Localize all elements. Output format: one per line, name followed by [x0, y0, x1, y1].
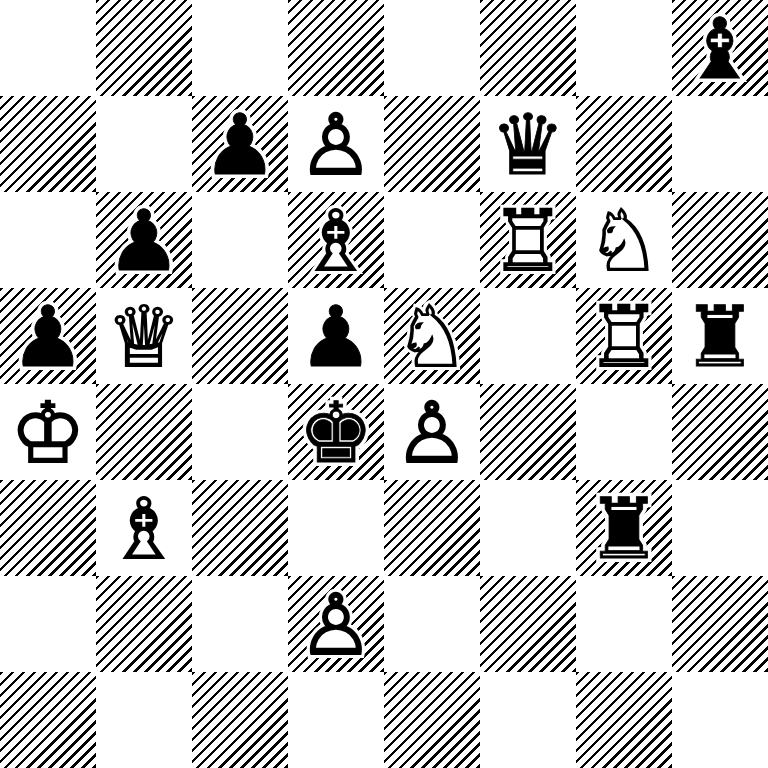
piece-black-pawn-d5: ♟♟	[288, 288, 384, 384]
square-c6[interactable]	[192, 192, 288, 288]
piece-black-king-d4: ♚♚	[288, 384, 384, 480]
black-pawn-icon: ♟	[192, 96, 288, 192]
piece-black-pawn-a5: ♟♟	[0, 288, 96, 384]
square-a8[interactable]	[0, 0, 96, 96]
piece-white-rook-g5: ♜♖	[576, 288, 672, 384]
square-b1[interactable]	[96, 672, 192, 768]
piece-black-bishop-h8: ♝♝	[672, 0, 768, 96]
square-d4[interactable]: ♚♚	[288, 384, 384, 480]
square-b7[interactable]	[96, 96, 192, 192]
square-a6[interactable]	[0, 192, 96, 288]
white-knight-icon: ♘	[384, 288, 480, 384]
white-bishop-icon: ♗	[288, 192, 384, 288]
chess-board: ♝♝♟♟♟♙♛♛♟♟♝♗♜♖♞♘♟♟♛♕♟♟♞♘♜♖♜♜♚♔♚♚♟♙♝♗♜♜♟♙	[0, 0, 768, 768]
square-a5[interactable]: ♟♟	[0, 288, 96, 384]
square-d2[interactable]: ♟♙	[288, 576, 384, 672]
black-queen-icon: ♛	[480, 96, 576, 192]
square-e8[interactable]	[384, 0, 480, 96]
square-c1[interactable]	[192, 672, 288, 768]
square-c3[interactable]	[192, 480, 288, 576]
white-rook-icon: ♖	[480, 192, 576, 288]
square-b6[interactable]: ♟♟	[96, 192, 192, 288]
black-pawn-icon: ♟	[96, 192, 192, 288]
piece-white-pawn-d7: ♟♙	[288, 96, 384, 192]
square-a3[interactable]	[0, 480, 96, 576]
square-c7[interactable]: ♟♟	[192, 96, 288, 192]
white-king-icon: ♔	[0, 384, 96, 480]
black-rook-icon: ♜	[576, 480, 672, 576]
square-g1[interactable]	[576, 672, 672, 768]
square-e5[interactable]: ♞♘	[384, 288, 480, 384]
black-bishop-icon: ♝	[672, 0, 768, 96]
square-d8[interactable]	[288, 0, 384, 96]
square-e4[interactable]: ♟♙	[384, 384, 480, 480]
piece-black-rook-h5: ♜♜	[672, 288, 768, 384]
square-g3[interactable]: ♜♜	[576, 480, 672, 576]
black-king-icon: ♚	[288, 384, 384, 480]
square-b5[interactable]: ♛♕	[96, 288, 192, 384]
piece-white-bishop-d6: ♝♗	[288, 192, 384, 288]
square-g8[interactable]	[576, 0, 672, 96]
piece-white-rook-f6: ♜♖	[480, 192, 576, 288]
square-f5[interactable]	[480, 288, 576, 384]
square-f2[interactable]	[480, 576, 576, 672]
square-f6[interactable]: ♜♖	[480, 192, 576, 288]
piece-black-pawn-c7: ♟♟	[192, 96, 288, 192]
square-c5[interactable]	[192, 288, 288, 384]
square-a4[interactable]: ♚♔	[0, 384, 96, 480]
square-h7[interactable]	[672, 96, 768, 192]
piece-black-rook-g3: ♜♜	[576, 480, 672, 576]
square-d5[interactable]: ♟♟	[288, 288, 384, 384]
square-d7[interactable]: ♟♙	[288, 96, 384, 192]
square-d6[interactable]: ♝♗	[288, 192, 384, 288]
square-d3[interactable]	[288, 480, 384, 576]
square-f3[interactable]	[480, 480, 576, 576]
chess-diagram: ♝♝♟♟♟♙♛♛♟♟♝♗♜♖♞♘♟♟♛♕♟♟♞♘♜♖♜♜♚♔♚♚♟♙♝♗♜♜♟♙	[0, 0, 768, 768]
white-pawn-icon: ♙	[288, 96, 384, 192]
square-f7[interactable]: ♛♛	[480, 96, 576, 192]
square-c8[interactable]	[192, 0, 288, 96]
piece-white-knight-e5: ♞♘	[384, 288, 480, 384]
square-g6[interactable]: ♞♘	[576, 192, 672, 288]
white-pawn-icon: ♙	[384, 384, 480, 480]
black-rook-icon: ♜	[672, 288, 768, 384]
square-e3[interactable]	[384, 480, 480, 576]
square-g2[interactable]	[576, 576, 672, 672]
square-h6[interactable]	[672, 192, 768, 288]
square-d1[interactable]	[288, 672, 384, 768]
square-c2[interactable]	[192, 576, 288, 672]
piece-black-pawn-b6: ♟♟	[96, 192, 192, 288]
square-c4[interactable]	[192, 384, 288, 480]
piece-white-queen-b5: ♛♕	[96, 288, 192, 384]
piece-white-king-a4: ♚♔	[0, 384, 96, 480]
white-pawn-icon: ♙	[288, 576, 384, 672]
square-b3[interactable]: ♝♗	[96, 480, 192, 576]
piece-white-knight-g6: ♞♘	[576, 192, 672, 288]
piece-white-pawn-e4: ♟♙	[384, 384, 480, 480]
square-h4[interactable]	[672, 384, 768, 480]
black-pawn-icon: ♟	[0, 288, 96, 384]
square-h8[interactable]: ♝♝	[672, 0, 768, 96]
square-b2[interactable]	[96, 576, 192, 672]
square-a1[interactable]	[0, 672, 96, 768]
square-h3[interactable]	[672, 480, 768, 576]
piece-black-queen-f7: ♛♛	[480, 96, 576, 192]
piece-white-bishop-b3: ♝♗	[96, 480, 192, 576]
square-f8[interactable]	[480, 0, 576, 96]
square-a7[interactable]	[0, 96, 96, 192]
square-h5[interactable]: ♜♜	[672, 288, 768, 384]
black-pawn-icon: ♟	[288, 288, 384, 384]
white-bishop-icon: ♗	[96, 480, 192, 576]
square-a2[interactable]	[0, 576, 96, 672]
square-b8[interactable]	[96, 0, 192, 96]
square-g4[interactable]	[576, 384, 672, 480]
square-g5[interactable]: ♜♖	[576, 288, 672, 384]
square-b4[interactable]	[96, 384, 192, 480]
white-rook-icon: ♖	[576, 288, 672, 384]
square-h2[interactable]	[672, 576, 768, 672]
white-knight-icon: ♘	[576, 192, 672, 288]
square-e7[interactable]	[384, 96, 480, 192]
white-queen-icon: ♕	[96, 288, 192, 384]
square-h1[interactable]	[672, 672, 768, 768]
square-g7[interactable]	[576, 96, 672, 192]
square-e1[interactable]	[384, 672, 480, 768]
square-f4[interactable]	[480, 384, 576, 480]
square-e2[interactable]	[384, 576, 480, 672]
square-e6[interactable]	[384, 192, 480, 288]
piece-white-pawn-d2: ♟♙	[288, 576, 384, 672]
square-f1[interactable]	[480, 672, 576, 768]
